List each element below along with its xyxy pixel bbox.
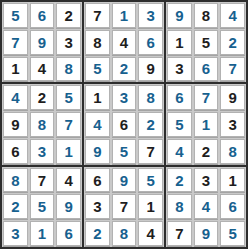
cell-r9c5-user[interactable]: 8 — [112, 221, 137, 246]
cell-r6c1-given[interactable]: 6 — [3, 139, 28, 164]
cell-r3c6-given[interactable]: 9 — [138, 57, 163, 82]
cell-r1c9-user[interactable]: 4 — [220, 3, 245, 28]
sudoku-box-3: 984152367 — [166, 2, 246, 82]
sudoku-board: 5627931487138465299841523674259876311384… — [0, 0, 248, 249]
cell-r5c7-user[interactable]: 5 — [167, 112, 192, 137]
cell-r7c9-given[interactable]: 1 — [220, 168, 245, 193]
cell-r9c6-given[interactable]: 4 — [138, 221, 163, 246]
cell-r8c1-user[interactable]: 2 — [3, 194, 28, 219]
cell-r8c4-given[interactable]: 3 — [85, 194, 110, 219]
cell-r3c2-given[interactable]: 4 — [30, 57, 55, 82]
cell-r9c3-user[interactable]: 6 — [56, 221, 81, 246]
cell-r5c8-user[interactable]: 1 — [194, 112, 219, 137]
cell-r9c8-user[interactable]: 9 — [194, 221, 219, 246]
cell-r6c6-given[interactable]: 7 — [138, 139, 163, 164]
cell-r6c2-user[interactable]: 3 — [30, 139, 55, 164]
cell-r1c8-given[interactable]: 8 — [194, 3, 219, 28]
cell-r8c6-given[interactable]: 1 — [138, 194, 163, 219]
cell-r7c5-user[interactable]: 9 — [112, 168, 137, 193]
cell-r5c2-user[interactable]: 8 — [30, 112, 55, 137]
cell-r8c8-user[interactable]: 4 — [194, 194, 219, 219]
cell-r2c3-given[interactable]: 3 — [56, 30, 81, 55]
cell-r3c1-given[interactable]: 1 — [3, 57, 28, 82]
cell-r6c8-given[interactable]: 2 — [194, 139, 219, 164]
cell-r3c5-user[interactable]: 2 — [112, 57, 137, 82]
cell-r9c1-user[interactable]: 3 — [3, 221, 28, 246]
sudoku-box-9: 231846795 — [166, 167, 246, 247]
cell-r4c5-user[interactable]: 3 — [112, 85, 137, 110]
cell-r7c3-given[interactable]: 4 — [56, 168, 81, 193]
cell-r7c8-given[interactable]: 3 — [194, 168, 219, 193]
cell-r4c7-user[interactable]: 6 — [167, 85, 192, 110]
cell-r8c5-given[interactable]: 7 — [112, 194, 137, 219]
cell-r5c1-given[interactable]: 9 — [3, 112, 28, 137]
cell-r2c9-user[interactable]: 2 — [220, 30, 245, 55]
cell-r2c4-given[interactable]: 8 — [85, 30, 110, 55]
cell-r8c3-user[interactable]: 9 — [56, 194, 81, 219]
sudoku-box-5: 138462957 — [84, 84, 164, 164]
cell-r2c5-given[interactable]: 4 — [112, 30, 137, 55]
cell-r8c2-user[interactable]: 5 — [30, 194, 55, 219]
cell-r6c3-user[interactable]: 1 — [56, 139, 81, 164]
cell-r5c3-user[interactable]: 7 — [56, 112, 81, 137]
cell-r3c4-user[interactable]: 5 — [85, 57, 110, 82]
cell-r2c8-given[interactable]: 5 — [194, 30, 219, 55]
cell-r6c9-user[interactable]: 8 — [220, 139, 245, 164]
cell-r1c2-user[interactable]: 6 — [30, 3, 55, 28]
cell-r3c7-given[interactable]: 3 — [167, 57, 192, 82]
cell-r4c1-user[interactable]: 4 — [3, 85, 28, 110]
cell-r6c7-user[interactable]: 4 — [167, 139, 192, 164]
cell-r8c9-user[interactable]: 6 — [220, 194, 245, 219]
cell-r7c1-user[interactable]: 8 — [3, 168, 28, 193]
cell-r3c8-user[interactable]: 6 — [194, 57, 219, 82]
cell-r9c9-user[interactable]: 5 — [220, 221, 245, 246]
cell-r2c6-user[interactable]: 6 — [138, 30, 163, 55]
cell-r5c9-given[interactable]: 3 — [220, 112, 245, 137]
cell-r7c7-user[interactable]: 2 — [167, 168, 192, 193]
cell-r4c9-given[interactable]: 9 — [220, 85, 245, 110]
cell-r3c9-user[interactable]: 7 — [220, 57, 245, 82]
cell-r5c6-user[interactable]: 2 — [138, 112, 163, 137]
cell-r9c4-user[interactable]: 2 — [85, 221, 110, 246]
cell-r4c8-user[interactable]: 7 — [194, 85, 219, 110]
cell-r5c5-given[interactable]: 6 — [112, 112, 137, 137]
cell-r6c5-user[interactable]: 5 — [112, 139, 137, 164]
sudoku-app: 5627931487138465299841523674259876311384… — [0, 0, 250, 251]
cell-r2c7-given[interactable]: 1 — [167, 30, 192, 55]
cell-r9c2-user[interactable]: 1 — [30, 221, 55, 246]
sudoku-box-6: 679513428 — [166, 84, 246, 164]
cell-r7c6-user[interactable]: 5 — [138, 168, 163, 193]
cell-r4c6-user[interactable]: 8 — [138, 85, 163, 110]
cell-r1c1-user[interactable]: 5 — [3, 3, 28, 28]
sudoku-box-7: 874259316 — [2, 167, 82, 247]
cell-r2c2-user[interactable]: 9 — [30, 30, 55, 55]
sudoku-box-4: 425987631 — [2, 84, 82, 164]
cell-r1c7-user[interactable]: 9 — [167, 3, 192, 28]
cell-r5c4-user[interactable]: 4 — [85, 112, 110, 137]
cell-r7c2-given[interactable]: 7 — [30, 168, 55, 193]
cell-r4c2-given[interactable]: 2 — [30, 85, 55, 110]
sudoku-box-1: 562793148 — [2, 2, 82, 82]
cell-r1c4-given[interactable]: 7 — [85, 3, 110, 28]
cell-r6c4-user[interactable]: 9 — [85, 139, 110, 164]
cell-r4c4-given[interactable]: 1 — [85, 85, 110, 110]
cell-r4c3-user[interactable]: 5 — [56, 85, 81, 110]
cell-r1c5-user[interactable]: 1 — [112, 3, 137, 28]
cell-r3c3-user[interactable]: 8 — [56, 57, 81, 82]
sudoku-box-8: 695371284 — [84, 167, 164, 247]
cell-r2c1-user[interactable]: 7 — [3, 30, 28, 55]
cell-r1c3-given[interactable]: 2 — [56, 3, 81, 28]
cell-r9c7-given[interactable]: 7 — [167, 221, 192, 246]
cell-r8c7-user[interactable]: 8 — [167, 194, 192, 219]
cell-r7c4-given[interactable]: 6 — [85, 168, 110, 193]
sudoku-box-2: 713846529 — [84, 2, 164, 82]
cell-r1c6-user[interactable]: 3 — [138, 3, 163, 28]
